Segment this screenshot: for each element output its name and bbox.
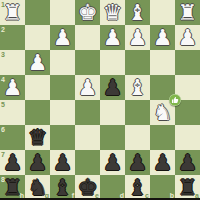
white-pawn[interactable]: ♟ xyxy=(125,25,150,50)
square-g4[interactable] xyxy=(25,75,50,100)
square-e1[interactable]: ♚ xyxy=(75,0,100,25)
chess-app-screenshot: 1♜♚♛♝♜2♟♟♟♟♟3♟4♟♟♟♝5♞6♛7♟♟♟♟♟♟♟8h♜g♞f♝e♚… xyxy=(0,0,200,200)
square-b3[interactable] xyxy=(150,50,175,75)
square-c4[interactable]: ♝ xyxy=(125,75,150,100)
square-f2[interactable]: ♟ xyxy=(50,25,75,50)
square-f7[interactable]: ♟ xyxy=(50,150,75,175)
square-d8[interactable]: d xyxy=(100,175,125,200)
white-pawn[interactable]: ♟ xyxy=(100,25,125,50)
square-h4[interactable]: 4♟ xyxy=(0,75,25,100)
black-pawn[interactable]: ♟ xyxy=(100,150,125,175)
black-queen[interactable]: ♛ xyxy=(25,125,50,150)
square-g1[interactable] xyxy=(25,0,50,25)
white-pawn[interactable]: ♟ xyxy=(25,50,50,75)
black-pawn[interactable]: ♟ xyxy=(125,150,150,175)
square-a7[interactable]: ♟ xyxy=(175,150,200,175)
square-a2[interactable]: ♟ xyxy=(175,25,200,50)
square-g6[interactable]: ♛ xyxy=(25,125,50,150)
rank-label-2: 2 xyxy=(1,26,5,33)
square-a8[interactable]: a♜ xyxy=(175,175,200,200)
white-pawn[interactable]: ♟ xyxy=(50,25,75,50)
white-rook[interactable]: ♜ xyxy=(0,0,25,25)
window-bottom-edge xyxy=(0,198,200,200)
black-rook[interactable]: ♜ xyxy=(175,175,200,200)
square-h6[interactable]: 6 xyxy=(0,125,25,150)
square-h1[interactable]: 1♜ xyxy=(0,0,25,25)
white-pawn[interactable]: ♟ xyxy=(175,25,200,50)
thumbs-up-icon xyxy=(171,96,179,104)
square-d1[interactable]: ♛ xyxy=(100,0,125,25)
square-c5[interactable] xyxy=(125,100,150,125)
rank-label-5: 5 xyxy=(1,101,5,108)
square-c7[interactable]: ♟ xyxy=(125,150,150,175)
square-g5[interactable] xyxy=(25,100,50,125)
square-h8[interactable]: 8h♜ xyxy=(0,175,25,200)
square-d2[interactable]: ♟ xyxy=(100,25,125,50)
black-pawn[interactable]: ♟ xyxy=(0,150,25,175)
square-f6[interactable] xyxy=(50,125,75,150)
square-c3[interactable] xyxy=(125,50,150,75)
good-move-badge xyxy=(169,94,181,106)
black-pawn[interactable]: ♟ xyxy=(100,75,125,100)
square-a6[interactable] xyxy=(175,125,200,150)
black-pawn[interactable]: ♟ xyxy=(25,150,50,175)
square-e4[interactable]: ♟ xyxy=(75,75,100,100)
black-pawn[interactable]: ♟ xyxy=(150,150,175,175)
square-b6[interactable] xyxy=(150,125,175,150)
square-b1[interactable] xyxy=(150,0,175,25)
black-king[interactable]: ♚ xyxy=(75,175,100,200)
square-e2[interactable] xyxy=(75,25,100,50)
square-e5[interactable] xyxy=(75,100,100,125)
square-c6[interactable] xyxy=(125,125,150,150)
square-e8[interactable]: e♚ xyxy=(75,175,100,200)
square-e6[interactable] xyxy=(75,125,100,150)
black-bishop[interactable]: ♝ xyxy=(125,175,150,200)
white-bishop[interactable]: ♝ xyxy=(125,75,150,100)
square-c1[interactable]: ♝ xyxy=(125,0,150,25)
square-h3[interactable]: 3 xyxy=(0,50,25,75)
square-g2[interactable] xyxy=(25,25,50,50)
square-d5[interactable] xyxy=(100,100,125,125)
square-c2[interactable]: ♟ xyxy=(125,25,150,50)
white-pawn[interactable]: ♟ xyxy=(150,25,175,50)
square-b8[interactable]: b xyxy=(150,175,175,200)
square-a3[interactable] xyxy=(175,50,200,75)
square-f4[interactable] xyxy=(50,75,75,100)
square-d7[interactable]: ♟ xyxy=(100,150,125,175)
square-e7[interactable] xyxy=(75,150,100,175)
square-h2[interactable]: 2 xyxy=(0,25,25,50)
square-b7[interactable]: ♟ xyxy=(150,150,175,175)
white-king[interactable]: ♚ xyxy=(75,0,100,25)
black-bishop[interactable]: ♝ xyxy=(50,175,75,200)
white-pawn[interactable]: ♟ xyxy=(0,75,25,100)
square-d3[interactable] xyxy=(100,50,125,75)
square-f3[interactable] xyxy=(50,50,75,75)
white-pawn[interactable]: ♟ xyxy=(75,75,100,100)
white-queen[interactable]: ♛ xyxy=(100,0,125,25)
square-d4[interactable]: ♟ xyxy=(100,75,125,100)
square-c8[interactable]: c♝ xyxy=(125,175,150,200)
white-rook[interactable]: ♜ xyxy=(175,0,200,25)
black-pawn[interactable]: ♟ xyxy=(175,150,200,175)
black-rook[interactable]: ♜ xyxy=(0,175,25,200)
black-knight[interactable]: ♞ xyxy=(25,175,50,200)
square-f8[interactable]: f♝ xyxy=(50,175,75,200)
square-g7[interactable]: ♟ xyxy=(25,150,50,175)
square-d6[interactable] xyxy=(100,125,125,150)
square-f1[interactable] xyxy=(50,0,75,25)
rank-label-3: 3 xyxy=(1,51,5,58)
square-g8[interactable]: g♞ xyxy=(25,175,50,200)
square-a1[interactable]: ♜ xyxy=(175,0,200,25)
square-h7[interactable]: 7♟ xyxy=(0,150,25,175)
square-h5[interactable]: 5 xyxy=(0,100,25,125)
rank-label-6: 6 xyxy=(1,126,5,133)
square-f5[interactable] xyxy=(50,100,75,125)
black-pawn[interactable]: ♟ xyxy=(50,150,75,175)
white-bishop[interactable]: ♝ xyxy=(125,0,150,25)
square-e3[interactable] xyxy=(75,50,100,75)
square-b2[interactable]: ♟ xyxy=(150,25,175,50)
square-g3[interactable]: ♟ xyxy=(25,50,50,75)
